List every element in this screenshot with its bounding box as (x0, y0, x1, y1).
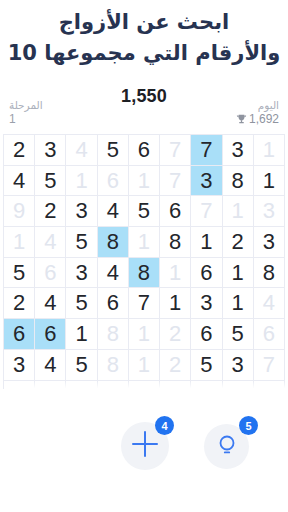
grid-cell-r8c4: 8 (98, 350, 129, 381)
grid-cell-r4c7[interactable]: 1 (191, 227, 222, 258)
grid-cell-r6c2[interactable]: 4 (35, 288, 66, 319)
lightbulb-icon (216, 434, 238, 460)
grid-cell-r5c8[interactable]: 1 (223, 258, 254, 289)
grid-cell-r2c9[interactable]: 1 (254, 166, 285, 197)
grid-cell-r8c6: 2 (160, 350, 191, 381)
grid-cell-r4c3[interactable]: 5 (66, 227, 97, 258)
grid-cell-r6c7[interactable]: 3 (191, 288, 222, 319)
grid-cell-r5c5[interactable]: 8 (129, 258, 160, 289)
grid-cell-r8c2[interactable]: 4 (35, 350, 66, 381)
board-area: 2345677314516173819234567131458181235634… (3, 134, 285, 389)
instruction-line-2: والأرقام التي مجموعها 10 (0, 38, 288, 69)
grid-cell-r1c1[interactable]: 2 (4, 135, 35, 166)
grid-cell-r1c7[interactable]: 7 (191, 135, 222, 166)
grid-cell-r1c2[interactable]: 3 (35, 135, 66, 166)
grid-cell-r8c5: 1 (129, 350, 160, 381)
grid-cell-r6c6[interactable]: 1 (160, 288, 191, 319)
grid-cell-r6c3[interactable]: 5 (66, 288, 97, 319)
grid-cell-r1c8[interactable]: 3 (223, 135, 254, 166)
today-block: اليوم 1,692 (236, 99, 279, 126)
grid-cell-r3c6[interactable]: 6 (160, 196, 191, 227)
grid-cell-r3c9: 3 (254, 196, 285, 227)
grid-tail-cell (4, 381, 35, 389)
grid-cell-r6c5[interactable]: 7 (129, 288, 160, 319)
plus-icon (131, 430, 159, 462)
grid-cell-r8c9: 7 (254, 350, 285, 381)
stage-value: 1 (9, 113, 43, 126)
grid-cell-r5c3[interactable]: 3 (66, 258, 97, 289)
stage-label: المرحلة (9, 99, 43, 112)
grid-cell-r7c6: 2 (160, 319, 191, 350)
grid-cell-r7c9: 6 (254, 319, 285, 350)
grid-tail-cell (129, 381, 160, 389)
grid-cell-r5c4[interactable]: 4 (98, 258, 129, 289)
grid-cell-r7c2[interactable]: 6 (35, 319, 66, 350)
grid-cell-r6c1[interactable]: 2 (4, 288, 35, 319)
grid-cell-r2c1[interactable]: 4 (4, 166, 35, 197)
today-label: اليوم (236, 99, 279, 112)
grid-cell-r3c5[interactable]: 5 (129, 196, 160, 227)
grid-tail-cell (254, 381, 285, 389)
grid-cell-r4c1: 1 (4, 227, 35, 258)
grid-cell-r3c1: 9 (4, 196, 35, 227)
grid-cell-r3c4[interactable]: 4 (98, 196, 129, 227)
grid-cell-r2c6: 7 (160, 166, 191, 197)
grid-cell-r2c7[interactable]: 3 (191, 166, 222, 197)
board: 2345677314516173819234567131458181235634… (3, 134, 285, 381)
grid-cell-r5c1[interactable]: 5 (4, 258, 35, 289)
grid-cell-r2c3: 1 (66, 166, 97, 197)
grid-tail-cell (160, 381, 191, 389)
grid-cell-r4c5: 1 (129, 227, 160, 258)
hint-count-badge: 5 (239, 416, 258, 435)
instruction-line-1: ابحث عن الأزواج (0, 7, 288, 38)
puzzle-instruction: ابحث عن الأزواج والأرقام التي مجموعها 10 (0, 0, 288, 69)
grid-cell-r5c9[interactable]: 8 (254, 258, 285, 289)
grid-cell-r1c9: 1 (254, 135, 285, 166)
grid-cell-r6c9: 4 (254, 288, 285, 319)
stage-block: المرحلة 1 (9, 99, 43, 126)
grid-cell-r4c9[interactable]: 3 (254, 227, 285, 258)
grid-cell-r4c6[interactable]: 8 (160, 227, 191, 258)
grid-cell-r3c3[interactable]: 3 (66, 196, 97, 227)
grid-cell-r6c8[interactable]: 1 (223, 288, 254, 319)
grid-cell-r7c4: 8 (98, 319, 129, 350)
grid-cell-r6c4[interactable]: 6 (98, 288, 129, 319)
grid-cell-r2c4: 6 (98, 166, 129, 197)
grid-cell-r5c7[interactable]: 6 (191, 258, 222, 289)
today-value: 1,692 (249, 113, 279, 126)
grid-cell-r1c5[interactable]: 6 (129, 135, 160, 166)
grid-cell-r2c2[interactable]: 5 (35, 166, 66, 197)
grid-cell-r7c1[interactable]: 6 (4, 319, 35, 350)
add-numbers-count-badge: 4 (155, 416, 174, 435)
grid-cell-r2c5: 1 (129, 166, 160, 197)
board-next-row-fade (3, 381, 285, 389)
grid-cell-r3c2[interactable]: 2 (35, 196, 66, 227)
grid-cell-r7c3[interactable]: 1 (66, 319, 97, 350)
grid-cell-r7c8[interactable]: 5 (223, 319, 254, 350)
grid-tail-cell (66, 381, 97, 389)
grid-cell-r8c3[interactable]: 5 (66, 350, 97, 381)
grid-tail-cell (223, 381, 254, 389)
grid-cell-r3c7: 7 (191, 196, 222, 227)
grid-cell-r1c6: 7 (160, 135, 191, 166)
grid-cell-r4c2: 4 (35, 227, 66, 258)
grid-tail-cell (35, 381, 66, 389)
grid-cell-r1c4[interactable]: 5 (98, 135, 129, 166)
grid-cell-r7c5: 1 (129, 319, 160, 350)
grid-cell-r4c8[interactable]: 2 (223, 227, 254, 258)
grid-cell-r7c7[interactable]: 6 (191, 319, 222, 350)
grid-cell-r3c8: 1 (223, 196, 254, 227)
grid-tail-cell (191, 381, 222, 389)
grid-cell-r5c2: 6 (35, 258, 66, 289)
grid-cell-r5c6: 1 (160, 258, 191, 289)
grid-tail-cell (98, 381, 129, 389)
grid-cell-r1c3: 4 (66, 135, 97, 166)
grid-cell-r4c4[interactable]: 8 (98, 227, 129, 258)
today-best-row: 1,692 (236, 113, 279, 126)
grid-cell-r2c8[interactable]: 8 (223, 166, 254, 197)
grid-cell-r8c1[interactable]: 3 (4, 350, 35, 381)
grid-cell-r8c7[interactable]: 5 (191, 350, 222, 381)
trophy-icon (236, 114, 247, 125)
grid-cell-r8c8[interactable]: 3 (223, 350, 254, 381)
